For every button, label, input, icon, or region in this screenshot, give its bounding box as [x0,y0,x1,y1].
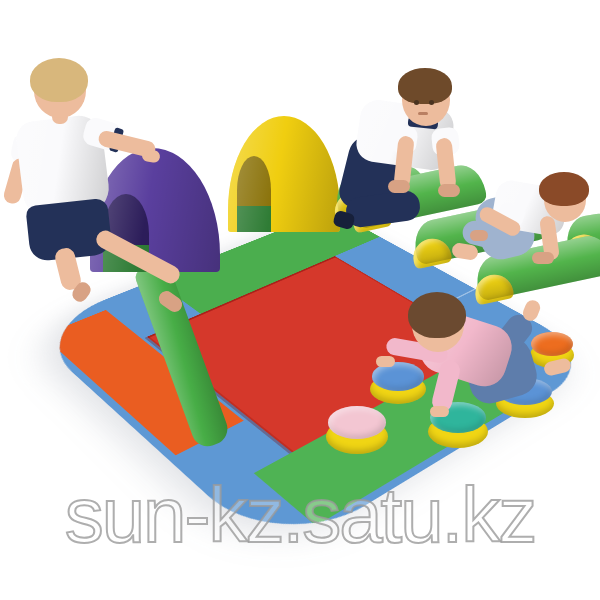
product-photo: sun-kz.satu.kz [0,0,600,600]
stone-top [328,406,386,439]
roller-end-cap [472,271,515,305]
stepping-stone-blue [370,362,426,404]
child4-hair [408,292,466,338]
yellow-arch [228,116,340,232]
child4-right-hand [430,406,449,417]
child2-mouth [418,112,428,115]
child2-right-eye [429,100,434,105]
child1-hair [30,58,88,102]
child2-hair [398,68,452,104]
child2-right-hand [438,184,460,197]
watermark-text: sun-kz.satu.kz [0,476,600,554]
child2-left-eye [414,100,419,105]
stone-top [531,332,572,356]
child3-left-hand [470,230,488,241]
purple-arch [90,148,220,272]
child4-left-hand [376,356,395,367]
roller-end-cap [410,235,453,269]
tunnel-floor [237,206,271,232]
yellow-arch-tunnel [237,156,271,232]
stepping-stone-pink [326,406,388,454]
child2-left-hand [388,180,410,193]
child3-right-hand [532,252,554,264]
child3-hair [539,172,589,206]
